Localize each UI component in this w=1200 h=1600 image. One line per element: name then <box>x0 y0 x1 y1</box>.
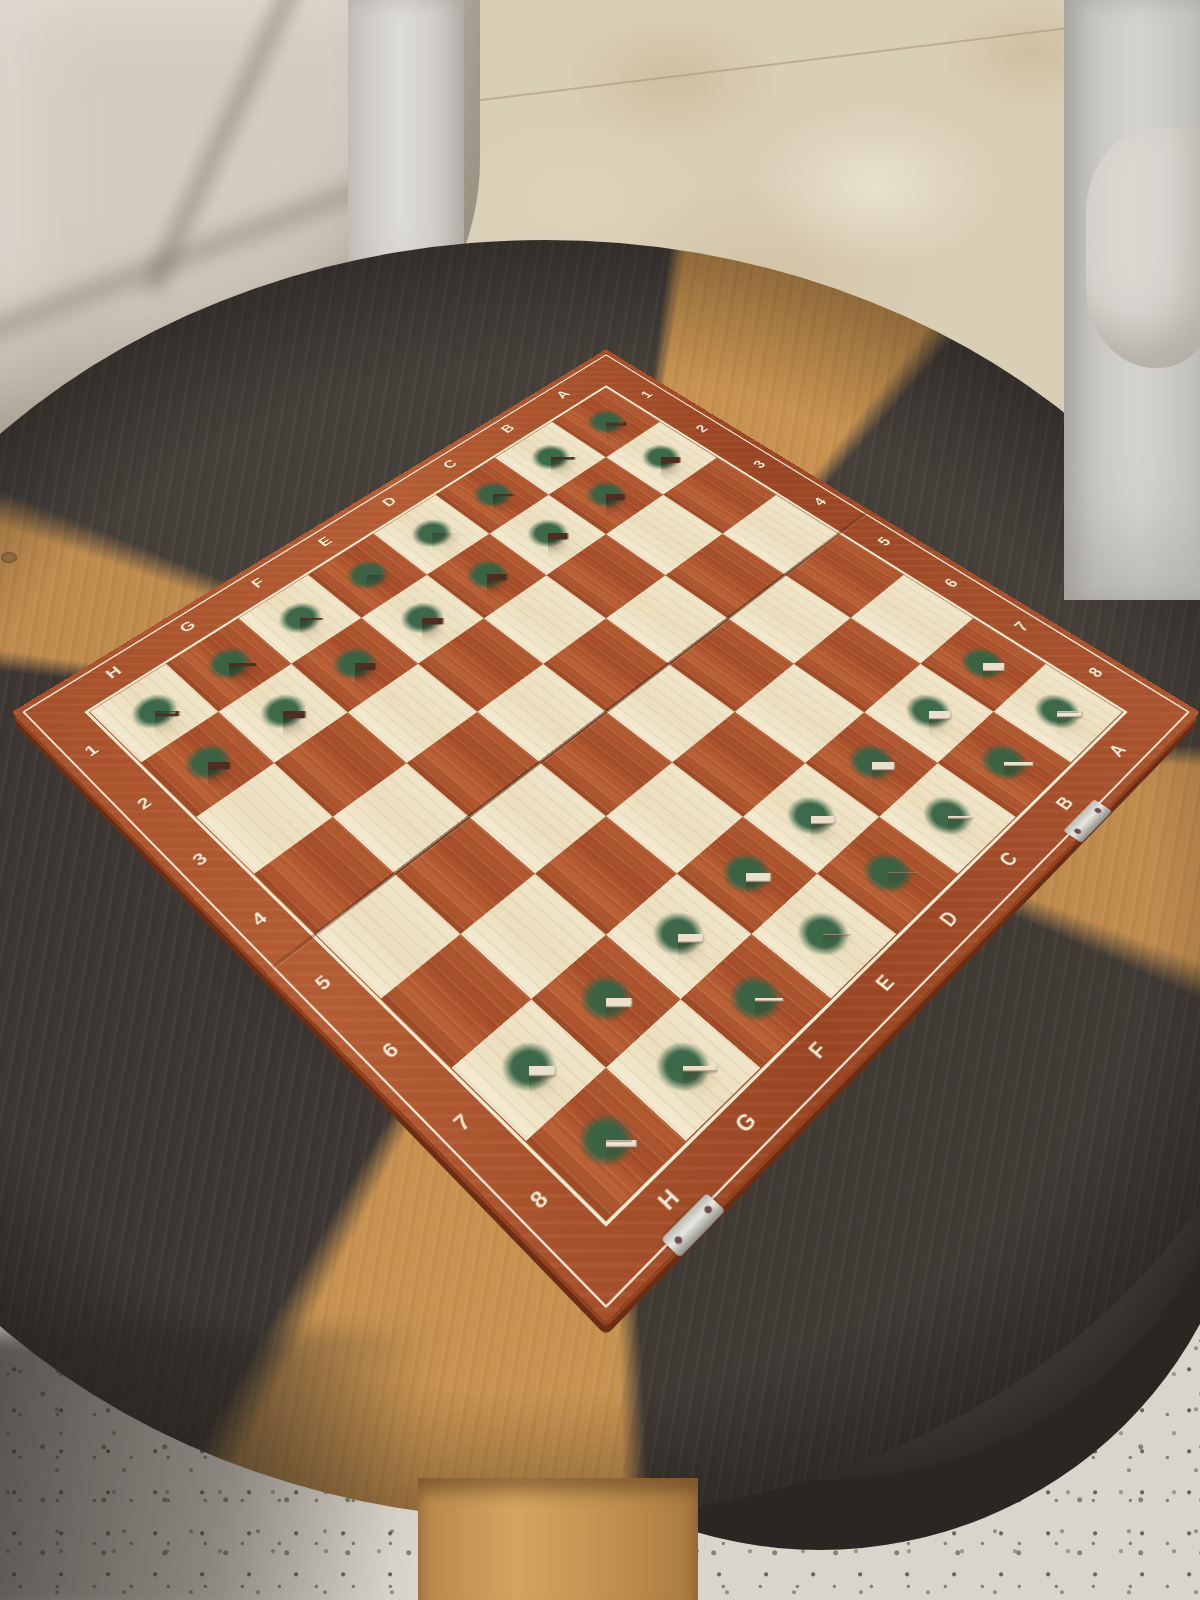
stone-floor-seam <box>433 15 1168 107</box>
rank-label-5-hfile: 5 <box>303 966 345 1003</box>
side-chair <box>1086 128 1200 368</box>
file-label-d-near: D <box>930 903 971 938</box>
photo-scene: ♜♟♟♜♞♟♟♞♝♟♟♝♚♟♟♚♛♟♟♛♝♟♟♝♞♟♟♞♜♟♟♜ AABBCCD… <box>0 0 1200 1600</box>
rank-label-6-afile: 6 <box>936 572 970 596</box>
table-shadow <box>0 1330 480 1600</box>
square-d4[interactable] <box>543 618 669 712</box>
rank-label-8-hfile: 8 <box>518 1179 565 1225</box>
rank-label-1-hfile: 1 <box>74 737 112 766</box>
rank-label-7-hfile: 7 <box>442 1103 487 1146</box>
file-label-e-near: E <box>866 966 908 1003</box>
rank-label-3-hfile: 3 <box>182 844 222 877</box>
wood-knot <box>1 552 17 563</box>
rank-label-3-afile: 3 <box>745 455 777 476</box>
rank-label-5-afile: 5 <box>869 531 902 554</box>
rank-label-2-hfile: 2 <box>126 789 165 820</box>
file-label-a-near: A <box>1101 737 1139 766</box>
file-label-g-near: G <box>725 1103 770 1146</box>
file-label-f-near: F <box>798 1032 842 1072</box>
file-label-c-near: C <box>991 844 1031 877</box>
rank-label-6-hfile: 6 <box>370 1032 414 1072</box>
cushion-crease <box>145 0 339 293</box>
rank-label-4-hfile: 4 <box>241 903 282 938</box>
rank-label-4-afile: 4 <box>805 492 837 514</box>
